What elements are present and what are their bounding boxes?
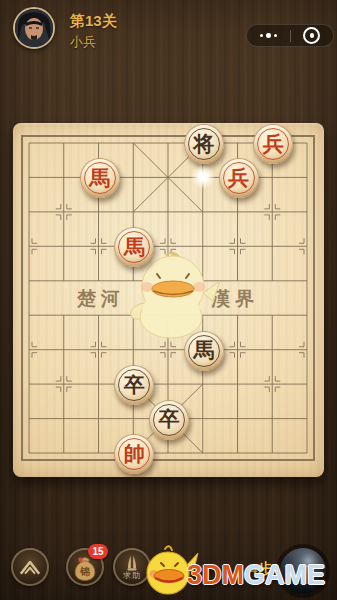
miniprogram-capsule <box>246 24 334 47</box>
avatar[interactable] <box>13 7 55 49</box>
svg-text:锦: 锦 <box>79 566 90 577</box>
watermark-text: 3DMGAME <box>187 560 325 591</box>
piece-character: 兵 <box>263 134 284 155</box>
piece-red-horse[interactable]: 馬 <box>114 227 154 267</box>
avatar-portrait <box>15 9 53 47</box>
pieces-layer: 将兵馬兵馬馬卒卒帥✦ <box>13 123 324 477</box>
stage-name-label: 小兵 <box>70 33 96 51</box>
collapse-button[interactable] <box>11 548 49 586</box>
piece-character: 将 <box>193 134 214 155</box>
bag-count-badge: 15 <box>88 544 108 559</box>
xiangqi-board[interactable]: 楚河 漢界 将兵馬兵馬馬卒卒帥✦ <box>13 123 324 477</box>
exit-target-icon <box>303 27 320 44</box>
piece-black-soldier[interactable]: 卒 <box>114 365 154 405</box>
piece-character: 馬 <box>124 237 145 258</box>
piece-red-soldier[interactable]: 兵 <box>219 158 259 198</box>
exit-button[interactable] <box>291 25 334 46</box>
hint-bag-button[interactable]: 锦 15 <box>66 548 104 586</box>
app-screen: 第13关 小兵 楚河 漢界 <box>0 0 337 600</box>
watermark-3dm: 3DM <box>187 560 244 590</box>
piece-character: 兵 <box>228 168 249 189</box>
help-label: 求助 <box>123 570 141 581</box>
piece-character: 帥 <box>124 444 145 465</box>
chevron-up-icon <box>15 552 45 582</box>
piece-character: 馬 <box>193 340 214 361</box>
piece-character: 馬 <box>89 168 110 189</box>
more-menu-button[interactable] <box>247 25 290 46</box>
piece-character: 卒 <box>159 409 180 430</box>
piece-red-horse[interactable]: 馬 <box>80 158 120 198</box>
watermark-game: GAME <box>244 560 325 590</box>
piece-red-soldier[interactable]: 兵 <box>253 124 293 164</box>
piece-black-general[interactable]: 将 <box>184 124 224 164</box>
piece-black-horse[interactable]: 馬 <box>184 331 224 371</box>
piece-character: 卒 <box>124 375 145 396</box>
level-label: 第13关 <box>70 12 117 31</box>
piece-red-general[interactable]: 帥 <box>114 434 154 474</box>
piece-black-soldier[interactable]: 卒 <box>149 400 189 440</box>
more-dots-icon <box>260 33 277 38</box>
last-move-highlight: ✦ <box>191 165 215 189</box>
